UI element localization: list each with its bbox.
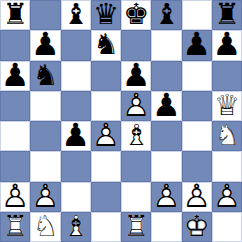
white-pawn[interactable]: ♟♙ — [91, 121, 121, 151]
square-d7[interactable]: ♞ — [91, 30, 121, 60]
square-c7[interactable] — [61, 30, 91, 60]
square-c1[interactable]: ♝♗ — [61, 212, 91, 242]
black-pawn[interactable]: ♟ — [182, 30, 212, 60]
square-h7[interactable]: ♟ — [212, 30, 242, 60]
square-f2[interactable]: ♟♙ — [151, 182, 181, 212]
square-g2[interactable]: ♟♙ — [182, 182, 212, 212]
black-rook[interactable]: ♜ — [0, 0, 30, 30]
black-queen-glyph: ♛ — [93, 0, 119, 29]
square-d4[interactable]: ♟♙ — [91, 121, 121, 151]
square-g7[interactable]: ♟ — [182, 30, 212, 60]
square-g5[interactable] — [182, 91, 212, 121]
white-queen-outline: ♕ — [214, 91, 240, 120]
square-f1[interactable] — [151, 212, 181, 242]
white-knight[interactable]: ♞♘ — [212, 121, 242, 151]
square-c2[interactable] — [61, 182, 91, 212]
black-pawn[interactable]: ♟ — [30, 30, 60, 60]
square-e3[interactable] — [121, 151, 151, 181]
black-pawn-glyph: ♟ — [182, 29, 211, 61]
white-pawn-outline: ♙ — [213, 180, 242, 212]
square-d2[interactable] — [91, 182, 121, 212]
white-rook[interactable]: ♜♖ — [0, 212, 30, 242]
white-pawn[interactable]: ♟♙ — [121, 91, 151, 121]
square-a5[interactable] — [0, 91, 30, 121]
black-pawn[interactable]: ♟ — [151, 91, 181, 121]
square-b4[interactable] — [30, 121, 60, 151]
black-knight[interactable]: ♞ — [30, 61, 60, 91]
white-rook-outline: ♖ — [123, 212, 149, 241]
black-pawn-glyph: ♟ — [61, 119, 90, 151]
white-pawn-outline: ♙ — [182, 180, 211, 212]
white-bishop-outline: ♗ — [63, 212, 89, 241]
square-a4[interactable] — [0, 121, 30, 151]
white-bishop[interactable]: ♝♗ — [121, 121, 151, 151]
white-rook[interactable]: ♜♖ — [121, 212, 151, 242]
white-pawn[interactable]: ♟♙ — [212, 182, 242, 212]
black-rook-glyph: ♜ — [2, 0, 28, 29]
white-pawn[interactable]: ♟♙ — [30, 182, 60, 212]
chess-board: ♜♝♛♚♝♜♟♞♟♟♟♞♟♟♙♟♛♕♟♟♙♝♗♞♘♟♙♟♙♟♙♟♙♟♙♜♖♞♘♝… — [0, 0, 242, 242]
square-a6[interactable]: ♟ — [0, 61, 30, 91]
square-g1[interactable]: ♚♔ — [182, 212, 212, 242]
square-f5[interactable]: ♟ — [151, 91, 181, 121]
black-bishop[interactable]: ♝ — [61, 0, 91, 30]
square-a2[interactable]: ♟♙ — [0, 182, 30, 212]
white-knight[interactable]: ♞♘ — [30, 212, 60, 242]
square-b5[interactable] — [30, 91, 60, 121]
square-e1[interactable]: ♜♖ — [121, 212, 151, 242]
square-d1[interactable] — [91, 212, 121, 242]
square-b2[interactable]: ♟♙ — [30, 182, 60, 212]
black-king-glyph: ♚ — [123, 0, 149, 29]
white-king[interactable]: ♚♔ — [182, 212, 212, 242]
square-d6[interactable] — [91, 61, 121, 91]
square-g6[interactable] — [182, 61, 212, 91]
black-knight-glyph: ♞ — [32, 61, 58, 90]
square-h2[interactable]: ♟♙ — [212, 182, 242, 212]
square-h1[interactable] — [212, 212, 242, 242]
square-f7[interactable] — [151, 30, 181, 60]
square-a1[interactable]: ♜♖ — [0, 212, 30, 242]
white-queen[interactable]: ♛♕ — [212, 91, 242, 121]
square-e4[interactable]: ♝♗ — [121, 121, 151, 151]
square-a8[interactable]: ♜ — [0, 0, 30, 30]
black-rook-glyph: ♜ — [214, 0, 240, 29]
white-bishop[interactable]: ♝♗ — [61, 212, 91, 242]
square-e8[interactable]: ♚ — [121, 0, 151, 30]
square-f8[interactable]: ♝ — [151, 0, 181, 30]
square-f4[interactable] — [151, 121, 181, 151]
white-pawn-outline: ♙ — [1, 180, 30, 212]
square-c4[interactable]: ♟ — [61, 121, 91, 151]
square-d3[interactable] — [91, 151, 121, 181]
square-e5[interactable]: ♟♙ — [121, 91, 151, 121]
square-c8[interactable]: ♝ — [61, 0, 91, 30]
black-pawn-glyph: ♟ — [31, 29, 60, 61]
square-h5[interactable]: ♛♕ — [212, 91, 242, 121]
black-pawn[interactable]: ♟ — [212, 30, 242, 60]
black-pawn-glyph: ♟ — [1, 59, 30, 91]
white-pawn-outline: ♙ — [152, 180, 181, 212]
square-b1[interactable]: ♞♘ — [30, 212, 60, 242]
white-knight-outline: ♘ — [32, 212, 58, 241]
black-knight[interactable]: ♞ — [91, 30, 121, 60]
black-pawn-glyph: ♟ — [213, 29, 242, 61]
white-pawn-outline: ♙ — [92, 119, 121, 151]
square-c6[interactable] — [61, 61, 91, 91]
square-h4[interactable]: ♞♘ — [212, 121, 242, 151]
white-rook-outline: ♖ — [2, 212, 28, 241]
white-knight-outline: ♘ — [214, 121, 240, 150]
white-pawn-outline: ♙ — [122, 89, 151, 121]
white-bishop-outline: ♗ — [123, 121, 149, 150]
square-g4[interactable] — [182, 121, 212, 151]
white-pawn-outline: ♙ — [31, 180, 60, 212]
black-bishop-glyph: ♝ — [63, 0, 89, 29]
white-pawn[interactable]: ♟♙ — [182, 182, 212, 212]
black-knight-glyph: ♞ — [93, 30, 119, 59]
black-king[interactable]: ♚ — [121, 0, 151, 30]
black-bishop[interactable]: ♝ — [151, 0, 181, 30]
black-pawn[interactable]: ♟ — [0, 61, 30, 91]
white-pawn[interactable]: ♟♙ — [0, 182, 30, 212]
black-pawn-glyph: ♟ — [152, 89, 181, 121]
square-b7[interactable]: ♟ — [30, 30, 60, 60]
square-d8[interactable]: ♛ — [91, 0, 121, 30]
black-pawn[interactable]: ♟ — [61, 121, 91, 151]
square-e2[interactable] — [121, 182, 151, 212]
square-c3[interactable] — [61, 151, 91, 181]
white-king-outline: ♔ — [184, 212, 210, 241]
white-pawn[interactable]: ♟♙ — [151, 182, 181, 212]
black-bishop-glyph: ♝ — [153, 0, 179, 29]
square-b6[interactable]: ♞ — [30, 61, 60, 91]
black-queen[interactable]: ♛ — [91, 0, 121, 30]
square-h6[interactable] — [212, 61, 242, 91]
